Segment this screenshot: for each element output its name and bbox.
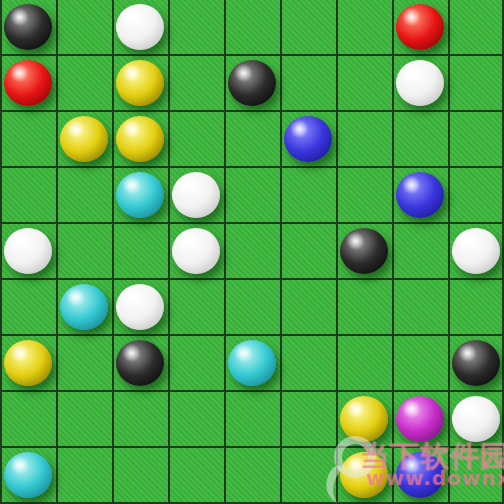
board-cell[interactable] xyxy=(0,112,56,168)
board-cell[interactable] xyxy=(280,112,336,168)
board-cell[interactable] xyxy=(392,448,448,504)
board-cell[interactable] xyxy=(224,280,280,336)
black-ball[interactable] xyxy=(4,4,52,50)
board-cell[interactable] xyxy=(280,224,336,280)
board-cell[interactable] xyxy=(168,112,224,168)
board-cell[interactable] xyxy=(112,168,168,224)
board-cell[interactable] xyxy=(280,392,336,448)
board-cell[interactable] xyxy=(112,224,168,280)
board-cell[interactable] xyxy=(112,56,168,112)
board-cell[interactable] xyxy=(0,0,56,56)
yellow-ball[interactable] xyxy=(4,340,52,386)
black-ball[interactable] xyxy=(452,340,500,386)
white-ball[interactable] xyxy=(452,396,500,442)
board-cell[interactable] xyxy=(56,448,112,504)
cyan-ball[interactable] xyxy=(60,284,108,330)
yellow-ball[interactable] xyxy=(60,116,108,162)
board-cell[interactable] xyxy=(336,168,392,224)
board-cell[interactable] xyxy=(448,280,504,336)
board-cell[interactable] xyxy=(168,448,224,504)
board-cell[interactable] xyxy=(112,112,168,168)
black-ball[interactable] xyxy=(116,340,164,386)
board-cell[interactable] xyxy=(56,280,112,336)
board-cell[interactable] xyxy=(336,448,392,504)
board-cell[interactable] xyxy=(392,168,448,224)
yellow-ball[interactable] xyxy=(116,60,164,106)
board-cell[interactable] xyxy=(392,56,448,112)
board-cell[interactable] xyxy=(0,56,56,112)
board-cell[interactable] xyxy=(224,168,280,224)
white-ball[interactable] xyxy=(396,60,444,106)
red-ball[interactable] xyxy=(396,4,444,50)
board-cell[interactable] xyxy=(280,168,336,224)
board-cell[interactable] xyxy=(448,392,504,448)
board-cell[interactable] xyxy=(56,392,112,448)
board-cell[interactable] xyxy=(0,448,56,504)
red-ball[interactable] xyxy=(4,60,52,106)
board-cell[interactable] xyxy=(0,168,56,224)
board-cell[interactable] xyxy=(168,168,224,224)
board-cell[interactable] xyxy=(112,336,168,392)
board-cell[interactable] xyxy=(224,56,280,112)
board-cell[interactable] xyxy=(224,392,280,448)
game-board[interactable] xyxy=(0,0,504,504)
white-ball[interactable] xyxy=(452,228,500,274)
yellow-ball[interactable] xyxy=(340,452,388,498)
board-cell[interactable] xyxy=(168,280,224,336)
white-ball[interactable] xyxy=(116,4,164,50)
board-cell[interactable] xyxy=(168,224,224,280)
board-cell[interactable] xyxy=(336,56,392,112)
board-cell[interactable] xyxy=(168,0,224,56)
board-cell[interactable] xyxy=(392,336,448,392)
board-cell[interactable] xyxy=(336,336,392,392)
board-cell[interactable] xyxy=(56,0,112,56)
board-cell[interactable] xyxy=(448,0,504,56)
board-cell[interactable] xyxy=(112,0,168,56)
board-cell[interactable] xyxy=(224,224,280,280)
board-cell[interactable] xyxy=(392,392,448,448)
board-cell[interactable] xyxy=(280,336,336,392)
board-cell[interactable] xyxy=(336,224,392,280)
board-cell[interactable] xyxy=(168,336,224,392)
board-cell[interactable] xyxy=(168,392,224,448)
board-cell[interactable] xyxy=(112,280,168,336)
board-cell[interactable] xyxy=(448,448,504,504)
yellow-ball[interactable] xyxy=(116,116,164,162)
black-ball[interactable] xyxy=(340,228,388,274)
board-cell[interactable] xyxy=(224,112,280,168)
board-cell[interactable] xyxy=(392,224,448,280)
white-ball[interactable] xyxy=(116,284,164,330)
board-cell[interactable] xyxy=(336,112,392,168)
board-cell[interactable] xyxy=(336,280,392,336)
cyan-ball[interactable] xyxy=(4,452,52,498)
board-cell[interactable] xyxy=(0,336,56,392)
board-cell[interactable] xyxy=(448,336,504,392)
board-cell[interactable] xyxy=(112,392,168,448)
blue-ball[interactable] xyxy=(396,172,444,218)
cyan-ball[interactable] xyxy=(228,340,276,386)
board-cell[interactable] xyxy=(224,448,280,504)
white-ball[interactable] xyxy=(4,228,52,274)
board-cell[interactable] xyxy=(0,224,56,280)
yellow-ball[interactable] xyxy=(340,396,388,442)
board-cell[interactable] xyxy=(56,336,112,392)
board-cell[interactable] xyxy=(392,112,448,168)
magenta-ball[interactable] xyxy=(396,396,444,442)
board-cell[interactable] xyxy=(336,0,392,56)
board-cell[interactable] xyxy=(112,448,168,504)
board-cell[interactable] xyxy=(280,0,336,56)
white-ball[interactable] xyxy=(172,228,220,274)
board-cell[interactable] xyxy=(336,392,392,448)
board-cell[interactable] xyxy=(448,112,504,168)
board-cell[interactable] xyxy=(392,0,448,56)
board-cell[interactable] xyxy=(0,280,56,336)
board-cell[interactable] xyxy=(448,56,504,112)
board-cell[interactable] xyxy=(56,56,112,112)
black-ball[interactable] xyxy=(228,60,276,106)
board-cell[interactable] xyxy=(56,168,112,224)
board-cell[interactable] xyxy=(56,112,112,168)
board-cell[interactable] xyxy=(56,224,112,280)
board-cell[interactable] xyxy=(224,336,280,392)
board-cell[interactable] xyxy=(224,0,280,56)
board-cell[interactable] xyxy=(0,392,56,448)
blue-ball[interactable] xyxy=(284,116,332,162)
cyan-ball[interactable] xyxy=(116,172,164,218)
board-cell[interactable] xyxy=(280,448,336,504)
board-cell[interactable] xyxy=(280,56,336,112)
white-ball[interactable] xyxy=(172,172,220,218)
board-cell[interactable] xyxy=(448,168,504,224)
board-cell[interactable] xyxy=(392,280,448,336)
board-cell[interactable] xyxy=(280,280,336,336)
board-cell[interactable] xyxy=(168,56,224,112)
board-cell[interactable] xyxy=(448,224,504,280)
blue-ball[interactable] xyxy=(396,452,444,498)
